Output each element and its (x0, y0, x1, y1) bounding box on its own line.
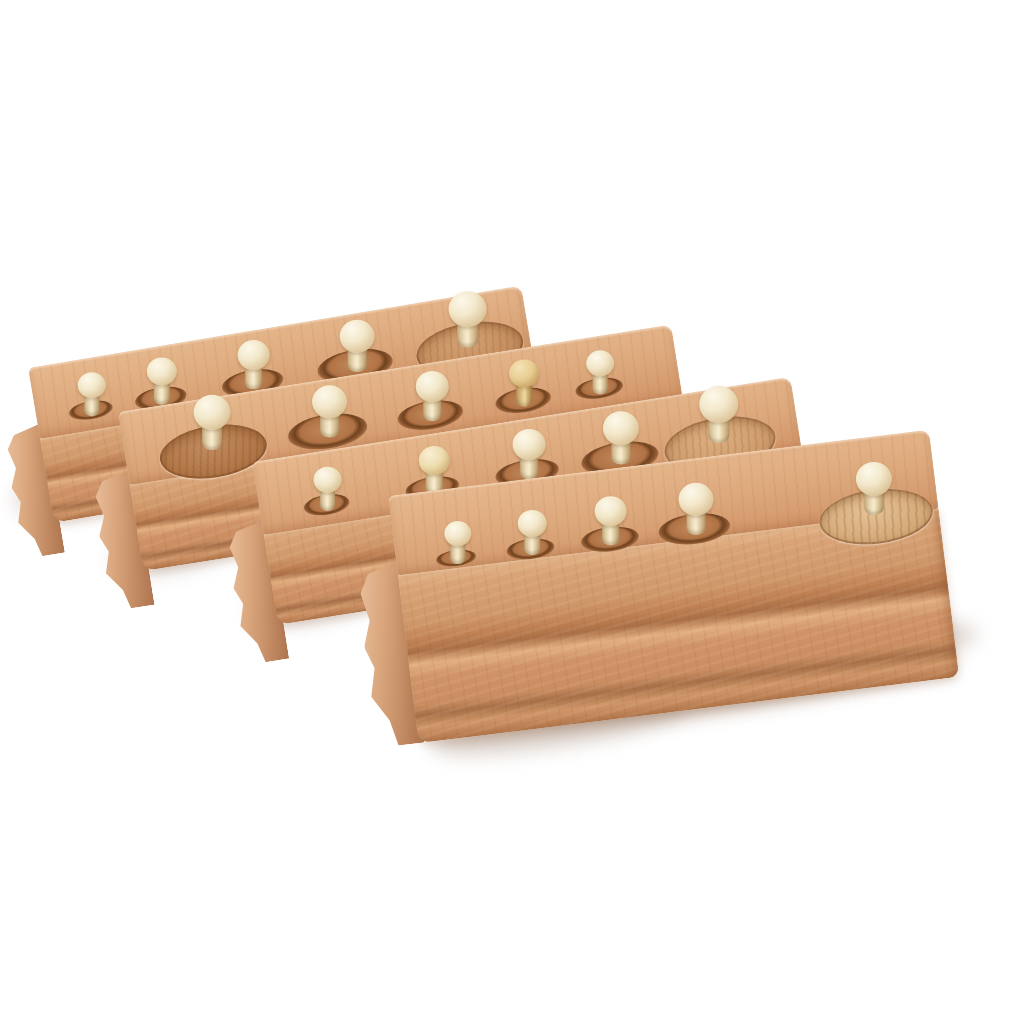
knobbed-cylinder (339, 320, 374, 372)
knobbed-cylinder (509, 359, 539, 406)
knob-head (147, 357, 177, 385)
product-photo-montessori-cylinder-blocks (0, 0, 1010, 1010)
knob-head (238, 340, 270, 370)
knob-head (856, 462, 892, 496)
knobbed-cylinder (595, 496, 627, 545)
knobbed-cylinder (78, 372, 106, 416)
knobbed-cylinder (856, 462, 892, 515)
knob-head (603, 411, 639, 445)
knob-head (314, 467, 342, 493)
knob-head (415, 371, 448, 402)
knobbed-cylinder (443, 521, 470, 564)
knob-head (509, 359, 539, 387)
knob-head (517, 510, 546, 537)
knobbed-cylinder (314, 467, 342, 511)
knob-head (418, 446, 449, 475)
knobbed-cylinder (512, 429, 545, 479)
knobbed-cylinder (449, 291, 487, 347)
knobbed-cylinder (311, 385, 346, 437)
knob-head (78, 372, 106, 398)
knob-head (586, 350, 614, 376)
knob-head (449, 291, 487, 327)
knobbed-cylinder (603, 411, 639, 464)
knobbed-cylinder (517, 510, 546, 555)
knob-head (311, 385, 346, 418)
knob-head (595, 496, 627, 526)
knobbed-cylinder (586, 350, 614, 394)
knobbed-cylinder (418, 446, 449, 494)
knob-head (698, 386, 737, 423)
knobbed-cylinder (678, 483, 713, 535)
knob-head (443, 521, 470, 546)
knobbed-cylinder (238, 340, 270, 389)
knobbed-cylinder (193, 395, 230, 450)
knobbed-cylinder (698, 386, 737, 443)
knobbed-cylinder (147, 357, 177, 404)
knob-head (339, 320, 374, 353)
knob-head (193, 395, 230, 430)
knob-head (512, 429, 545, 460)
knob-head (678, 483, 713, 516)
knobbed-cylinder (415, 371, 448, 421)
